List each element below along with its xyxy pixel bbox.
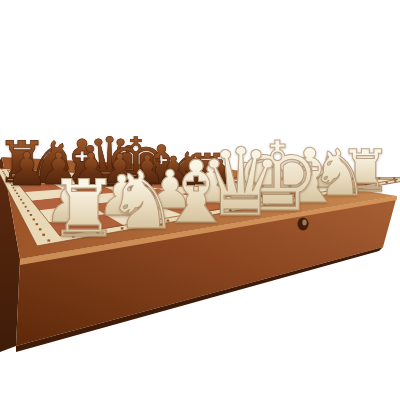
keyhole-highlight <box>302 220 306 226</box>
chess-set-photo: ♜♞♝♛♚♝♟♟♟♞♟♟♟♜♟♟♟♜♟♞♟♝♟♟♚♟♛♟♝♟♞♜ <box>0 0 400 400</box>
board-scene <box>0 0 400 400</box>
